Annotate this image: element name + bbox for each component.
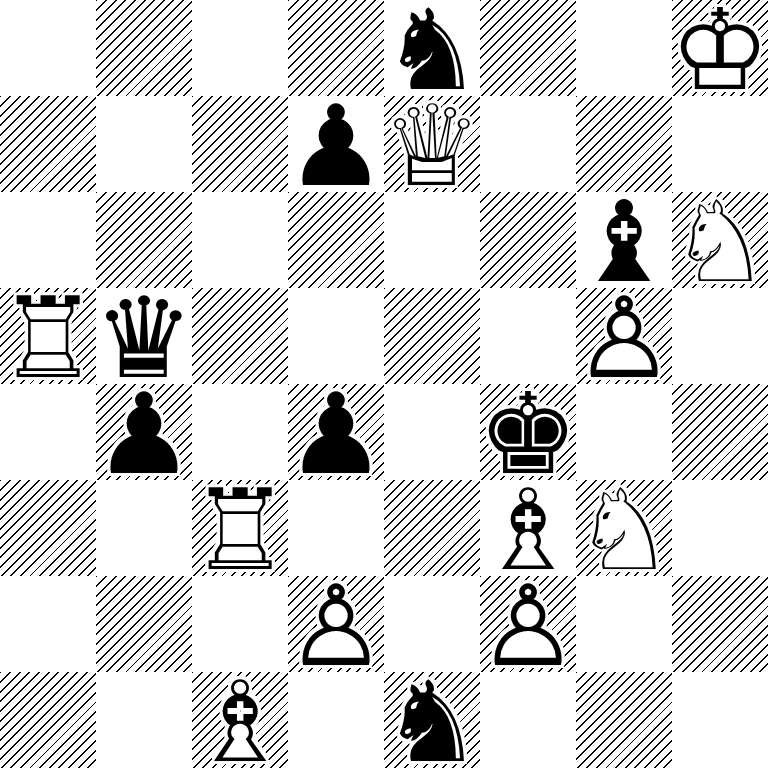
black-bishop-glyph: ♝ xyxy=(576,192,672,288)
square-a6[interactable] xyxy=(0,192,96,288)
square-d5[interactable] xyxy=(288,288,384,384)
square-c5[interactable] xyxy=(192,288,288,384)
white-knight-glyph: ♘ xyxy=(672,192,768,288)
square-d8[interactable] xyxy=(288,0,384,96)
square-f3[interactable]: ♝♗ xyxy=(480,480,576,576)
square-f7[interactable] xyxy=(480,96,576,192)
black-queen-glyph: ♛ xyxy=(96,288,192,384)
square-b3[interactable] xyxy=(96,480,192,576)
square-c8[interactable] xyxy=(192,0,288,96)
black-pawn[interactable]: ♟♟ xyxy=(96,384,192,480)
black-pawn-glyph: ♟ xyxy=(96,384,192,480)
square-c3[interactable]: ♜♖ xyxy=(192,480,288,576)
white-rook-glyph: ♖ xyxy=(0,288,96,384)
white-knight[interactable]: ♞♘ xyxy=(576,480,672,576)
white-rook-glyph: ♖ xyxy=(192,480,288,576)
square-a4[interactable] xyxy=(0,384,96,480)
square-h4[interactable] xyxy=(672,384,768,480)
square-e4[interactable] xyxy=(384,384,480,480)
white-pawn[interactable]: ♟♙ xyxy=(480,576,576,672)
white-king[interactable]: ♚♔ xyxy=(672,0,768,96)
square-h7[interactable] xyxy=(672,96,768,192)
square-d4[interactable]: ♟♟ xyxy=(288,384,384,480)
square-c2[interactable] xyxy=(192,576,288,672)
square-h8[interactable]: ♚♔ xyxy=(672,0,768,96)
square-a7[interactable] xyxy=(0,96,96,192)
black-pawn-glyph: ♟ xyxy=(288,384,384,480)
square-g5[interactable]: ♟♙ xyxy=(576,288,672,384)
square-e1[interactable]: ♞♞ xyxy=(384,672,480,768)
chess-board: ♞♞♚♔♟♟♛♕♝♝♞♘♜♖♛♛♟♙♟♟♟♟♚♚♜♖♝♗♞♘♟♙♟♙♝♗♞♞ xyxy=(0,0,768,768)
square-d2[interactable]: ♟♙ xyxy=(288,576,384,672)
square-f8[interactable] xyxy=(480,0,576,96)
white-rook[interactable]: ♜♖ xyxy=(0,288,96,384)
square-b1[interactable] xyxy=(96,672,192,768)
square-d6[interactable] xyxy=(288,192,384,288)
square-c7[interactable] xyxy=(192,96,288,192)
square-e2[interactable] xyxy=(384,576,480,672)
square-a2[interactable] xyxy=(0,576,96,672)
black-bishop[interactable]: ♝♝ xyxy=(576,192,672,288)
square-h3[interactable] xyxy=(672,480,768,576)
white-pawn-glyph: ♙ xyxy=(576,288,672,384)
square-f1[interactable] xyxy=(480,672,576,768)
square-b4[interactable]: ♟♟ xyxy=(96,384,192,480)
square-h5[interactable] xyxy=(672,288,768,384)
square-g2[interactable] xyxy=(576,576,672,672)
black-knight-glyph: ♞ xyxy=(384,672,480,768)
square-d7[interactable]: ♟♟ xyxy=(288,96,384,192)
square-b6[interactable] xyxy=(96,192,192,288)
white-bishop[interactable]: ♝♗ xyxy=(480,480,576,576)
square-a8[interactable] xyxy=(0,0,96,96)
square-a3[interactable] xyxy=(0,480,96,576)
square-e8[interactable]: ♞♞ xyxy=(384,0,480,96)
white-bishop[interactable]: ♝♗ xyxy=(192,672,288,768)
square-e7[interactable]: ♛♕ xyxy=(384,96,480,192)
square-f5[interactable] xyxy=(480,288,576,384)
square-c1[interactable]: ♝♗ xyxy=(192,672,288,768)
white-knight[interactable]: ♞♘ xyxy=(672,192,768,288)
square-e3[interactable] xyxy=(384,480,480,576)
square-b2[interactable] xyxy=(96,576,192,672)
white-rook[interactable]: ♜♖ xyxy=(192,480,288,576)
square-c6[interactable] xyxy=(192,192,288,288)
square-h1[interactable] xyxy=(672,672,768,768)
square-f6[interactable] xyxy=(480,192,576,288)
square-b8[interactable] xyxy=(96,0,192,96)
square-g8[interactable] xyxy=(576,0,672,96)
square-h2[interactable] xyxy=(672,576,768,672)
white-pawn[interactable]: ♟♙ xyxy=(576,288,672,384)
black-knight[interactable]: ♞♞ xyxy=(384,0,480,96)
square-g6[interactable]: ♝♝ xyxy=(576,192,672,288)
square-g1[interactable] xyxy=(576,672,672,768)
black-king[interactable]: ♚♚ xyxy=(480,384,576,480)
square-f4[interactable]: ♚♚ xyxy=(480,384,576,480)
square-g7[interactable] xyxy=(576,96,672,192)
white-pawn-glyph: ♙ xyxy=(288,576,384,672)
white-bishop-glyph: ♗ xyxy=(192,672,288,768)
black-queen[interactable]: ♛♛ xyxy=(96,288,192,384)
black-king-glyph: ♚ xyxy=(480,384,576,480)
square-g3[interactable]: ♞♘ xyxy=(576,480,672,576)
square-d3[interactable] xyxy=(288,480,384,576)
white-king-glyph: ♔ xyxy=(672,0,768,96)
square-c4[interactable] xyxy=(192,384,288,480)
white-knight-glyph: ♘ xyxy=(576,480,672,576)
white-bishop-glyph: ♗ xyxy=(480,480,576,576)
black-knight[interactable]: ♞♞ xyxy=(384,672,480,768)
white-pawn-glyph: ♙ xyxy=(480,576,576,672)
square-b5[interactable]: ♛♛ xyxy=(96,288,192,384)
square-g4[interactable] xyxy=(576,384,672,480)
square-f2[interactable]: ♟♙ xyxy=(480,576,576,672)
black-knight-glyph: ♞ xyxy=(384,0,480,96)
square-a5[interactable]: ♜♖ xyxy=(0,288,96,384)
square-e6[interactable] xyxy=(384,192,480,288)
white-queen-glyph: ♕ xyxy=(384,96,480,192)
black-pawn[interactable]: ♟♟ xyxy=(288,96,384,192)
black-pawn-glyph: ♟ xyxy=(288,96,384,192)
black-pawn[interactable]: ♟♟ xyxy=(288,384,384,480)
square-h6[interactable]: ♞♘ xyxy=(672,192,768,288)
white-queen[interactable]: ♛♕ xyxy=(384,96,480,192)
square-b7[interactable] xyxy=(96,96,192,192)
white-pawn[interactable]: ♟♙ xyxy=(288,576,384,672)
square-e5[interactable] xyxy=(384,288,480,384)
square-a1[interactable] xyxy=(0,672,96,768)
square-d1[interactable] xyxy=(288,672,384,768)
